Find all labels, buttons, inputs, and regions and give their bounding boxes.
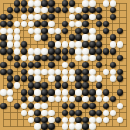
intersection-18-2[interactable] xyxy=(123,14,130,21)
intersection-15-10[interactable] xyxy=(103,68,110,75)
intersection-9-7[interactable] xyxy=(62,48,69,55)
intersection-11-12[interactable] xyxy=(75,82,82,89)
intersection-6-1[interactable] xyxy=(41,7,48,14)
intersection-14-0[interactable] xyxy=(96,0,103,7)
intersection-6-17[interactable] xyxy=(41,116,48,123)
intersection-4-2[interactable] xyxy=(27,14,34,21)
intersection-10-2[interactable] xyxy=(68,14,75,21)
intersection-1-18[interactable] xyxy=(7,123,14,130)
intersection-2-9[interactable] xyxy=(14,62,21,69)
intersection-3-7[interactable] xyxy=(21,48,28,55)
intersection-9-10[interactable] xyxy=(62,68,69,75)
intersection-5-0[interactable] xyxy=(34,0,41,7)
intersection-5-9[interactable] xyxy=(34,62,41,69)
intersection-7-3[interactable] xyxy=(48,21,55,28)
intersection-8-6[interactable] xyxy=(55,41,62,48)
intersection-5-11[interactable] xyxy=(34,75,41,82)
intersection-0-9[interactable] xyxy=(0,62,7,69)
intersection-17-13[interactable] xyxy=(116,89,123,96)
intersection-7-9[interactable] xyxy=(48,62,55,69)
intersection-9-2[interactable] xyxy=(62,14,69,21)
intersection-12-4[interactable] xyxy=(82,27,89,34)
intersection-10-15[interactable] xyxy=(68,103,75,110)
intersection-5-14[interactable] xyxy=(34,96,41,103)
intersection-10-10[interactable] xyxy=(68,68,75,75)
intersection-13-0[interactable] xyxy=(89,0,96,7)
intersection-5-13[interactable] xyxy=(34,89,41,96)
intersection-18-10[interactable] xyxy=(123,68,130,75)
intersection-11-9[interactable] xyxy=(75,62,82,69)
intersection-12-15[interactable] xyxy=(82,103,89,110)
intersection-7-15[interactable] xyxy=(48,103,55,110)
intersection-8-7[interactable] xyxy=(55,48,62,55)
intersection-5-4[interactable] xyxy=(34,27,41,34)
intersection-1-16[interactable] xyxy=(7,109,14,116)
intersection-10-7[interactable] xyxy=(68,48,75,55)
intersection-15-0[interactable] xyxy=(103,0,110,7)
intersection-14-4[interactable] xyxy=(96,27,103,34)
intersection-17-0[interactable] xyxy=(116,0,123,7)
intersection-18-16[interactable] xyxy=(123,109,130,116)
intersection-11-16[interactable] xyxy=(75,109,82,116)
intersection-0-3[interactable] xyxy=(0,21,7,28)
intersection-7-8[interactable] xyxy=(48,55,55,62)
intersection-0-6[interactable] xyxy=(0,41,7,48)
intersection-16-4[interactable] xyxy=(109,27,116,34)
intersection-5-16[interactable] xyxy=(34,109,41,116)
intersection-10-17[interactable] xyxy=(68,116,75,123)
intersection-4-1[interactable] xyxy=(27,7,34,14)
intersection-9-15[interactable] xyxy=(62,103,69,110)
intersection-13-16[interactable] xyxy=(89,109,96,116)
intersection-8-18[interactable] xyxy=(55,123,62,130)
intersection-17-5[interactable] xyxy=(116,34,123,41)
intersection-0-8[interactable] xyxy=(0,55,7,62)
intersection-4-14[interactable] xyxy=(27,96,34,103)
intersection-4-17[interactable] xyxy=(27,116,34,123)
intersection-2-16[interactable] xyxy=(14,109,21,116)
intersection-16-16[interactable] xyxy=(109,109,116,116)
intersection-10-13[interactable] xyxy=(68,89,75,96)
intersection-3-18[interactable] xyxy=(21,123,28,130)
intersection-13-13[interactable] xyxy=(89,89,96,96)
intersection-9-12[interactable] xyxy=(62,82,69,89)
intersection-6-10[interactable] xyxy=(41,68,48,75)
intersection-8-2[interactable] xyxy=(55,14,62,21)
intersection-6-2[interactable] xyxy=(41,14,48,21)
intersection-14-12[interactable] xyxy=(96,82,103,89)
intersection-2-4[interactable] xyxy=(14,27,21,34)
intersection-13-3[interactable] xyxy=(89,21,96,28)
intersection-12-10[interactable] xyxy=(82,68,89,75)
intersection-10-5[interactable] xyxy=(68,34,75,41)
intersection-2-18[interactable] xyxy=(14,123,21,130)
intersection-16-12[interactable] xyxy=(109,82,116,89)
intersection-2-6[interactable] xyxy=(14,41,21,48)
intersection-3-8[interactable] xyxy=(21,55,28,62)
intersection-8-9[interactable] xyxy=(55,62,62,69)
intersection-7-1[interactable] xyxy=(48,7,55,14)
intersection-13-4[interactable] xyxy=(89,27,96,34)
intersection-18-8[interactable] xyxy=(123,55,130,62)
intersection-12-16[interactable] xyxy=(82,109,89,116)
intersection-4-11[interactable] xyxy=(27,75,34,82)
intersection-7-14[interactable] xyxy=(48,96,55,103)
intersection-6-6[interactable] xyxy=(41,41,48,48)
intersection-7-6[interactable] xyxy=(48,41,55,48)
intersection-4-13[interactable] xyxy=(27,89,34,96)
intersection-1-8[interactable] xyxy=(7,55,14,62)
intersection-3-1[interactable] xyxy=(21,7,28,14)
intersection-13-1[interactable] xyxy=(89,7,96,14)
intersection-12-13[interactable] xyxy=(82,89,89,96)
intersection-17-16[interactable] xyxy=(116,109,123,116)
intersection-11-10[interactable] xyxy=(75,68,82,75)
intersection-9-4[interactable] xyxy=(62,27,69,34)
intersection-14-15[interactable] xyxy=(96,103,103,110)
intersection-16-18[interactable] xyxy=(109,123,116,130)
intersection-6-7[interactable] xyxy=(41,48,48,55)
intersection-18-4[interactable] xyxy=(123,27,130,34)
intersection-11-2[interactable] xyxy=(75,14,82,21)
intersection-10-9[interactable] xyxy=(68,62,75,69)
intersection-13-15[interactable] xyxy=(89,103,96,110)
intersection-2-12[interactable] xyxy=(14,82,21,89)
intersection-4-12[interactable] xyxy=(27,82,34,89)
intersection-12-9[interactable] xyxy=(82,62,89,69)
intersection-12-17[interactable] xyxy=(82,116,89,123)
intersection-8-10[interactable] xyxy=(55,68,62,75)
intersection-11-4[interactable] xyxy=(75,27,82,34)
intersection-0-1[interactable] xyxy=(0,7,7,14)
intersection-14-2[interactable] xyxy=(96,14,103,21)
intersection-8-1[interactable] xyxy=(55,7,62,14)
intersection-15-14[interactable] xyxy=(103,96,110,103)
intersection-15-12[interactable] xyxy=(103,82,110,89)
intersection-18-1[interactable] xyxy=(123,7,130,14)
intersection-12-8[interactable] xyxy=(82,55,89,62)
intersection-15-3[interactable] xyxy=(103,21,110,28)
intersection-3-6[interactable] xyxy=(21,41,28,48)
intersection-2-15[interactable] xyxy=(14,103,21,110)
intersection-9-11[interactable] xyxy=(62,75,69,82)
intersection-1-2[interactable] xyxy=(7,14,14,21)
intersection-12-12[interactable] xyxy=(82,82,89,89)
intersection-9-0[interactable] xyxy=(62,0,69,7)
intersection-1-15[interactable] xyxy=(7,103,14,110)
intersection-11-7[interactable] xyxy=(75,48,82,55)
intersection-12-11[interactable] xyxy=(82,75,89,82)
intersection-11-18[interactable] xyxy=(75,123,82,130)
intersection-13-5[interactable] xyxy=(89,34,96,41)
intersection-1-0[interactable] xyxy=(7,0,14,7)
intersection-5-7[interactable] xyxy=(34,48,41,55)
intersection-7-16[interactable] xyxy=(48,109,55,116)
intersection-8-8[interactable] xyxy=(55,55,62,62)
intersection-5-17[interactable] xyxy=(34,116,41,123)
intersection-17-11[interactable] xyxy=(116,75,123,82)
intersection-5-18[interactable] xyxy=(34,123,41,130)
intersection-18-3[interactable] xyxy=(123,21,130,28)
intersection-1-17[interactable] xyxy=(7,116,14,123)
intersection-4-10[interactable] xyxy=(27,68,34,75)
intersection-0-15[interactable] xyxy=(0,103,7,110)
intersection-16-6[interactable] xyxy=(109,41,116,48)
intersection-17-8[interactable] xyxy=(116,55,123,62)
intersection-15-15[interactable] xyxy=(103,103,110,110)
intersection-7-0[interactable] xyxy=(48,0,55,7)
intersection-12-3[interactable] xyxy=(82,21,89,28)
intersection-10-8[interactable] xyxy=(68,55,75,62)
intersection-16-3[interactable] xyxy=(109,21,116,28)
intersection-10-0[interactable] xyxy=(68,0,75,7)
intersection-7-5[interactable] xyxy=(48,34,55,41)
intersection-14-11[interactable] xyxy=(96,75,103,82)
intersection-7-11[interactable] xyxy=(48,75,55,82)
intersection-12-18[interactable] xyxy=(82,123,89,130)
intersection-12-1[interactable] xyxy=(82,7,89,14)
intersection-11-15[interactable] xyxy=(75,103,82,110)
intersection-16-10[interactable] xyxy=(109,68,116,75)
intersection-11-14[interactable] xyxy=(75,96,82,103)
intersection-10-6[interactable] xyxy=(68,41,75,48)
intersection-0-18[interactable] xyxy=(0,123,7,130)
intersection-0-12[interactable] xyxy=(0,82,7,89)
intersection-16-5[interactable] xyxy=(109,34,116,41)
intersection-14-9[interactable] xyxy=(96,62,103,69)
intersection-1-14[interactable] xyxy=(7,96,14,103)
intersection-17-2[interactable] xyxy=(116,14,123,21)
intersection-11-3[interactable] xyxy=(75,21,82,28)
intersection-17-10[interactable] xyxy=(116,68,123,75)
intersection-8-3[interactable] xyxy=(55,21,62,28)
intersection-6-11[interactable] xyxy=(41,75,48,82)
intersection-18-0[interactable] xyxy=(123,0,130,7)
intersection-8-16[interactable] xyxy=(55,109,62,116)
intersection-9-16[interactable] xyxy=(62,109,69,116)
intersection-4-15[interactable] xyxy=(27,103,34,110)
intersection-9-13[interactable] xyxy=(62,89,69,96)
intersection-0-0[interactable] xyxy=(0,0,7,7)
intersection-7-4[interactable] xyxy=(48,27,55,34)
intersection-13-8[interactable] xyxy=(89,55,96,62)
intersection-4-6[interactable] xyxy=(27,41,34,48)
intersection-12-14[interactable] xyxy=(82,96,89,103)
intersection-12-5[interactable] xyxy=(82,34,89,41)
intersection-11-11[interactable] xyxy=(75,75,82,82)
intersection-9-6[interactable] xyxy=(62,41,69,48)
intersection-8-15[interactable] xyxy=(55,103,62,110)
intersection-4-16[interactable] xyxy=(27,109,34,116)
intersection-1-5[interactable] xyxy=(7,34,14,41)
intersection-11-13[interactable] xyxy=(75,89,82,96)
intersection-5-8[interactable] xyxy=(34,55,41,62)
intersection-6-8[interactable] xyxy=(41,55,48,62)
intersection-18-13[interactable] xyxy=(123,89,130,96)
intersection-14-7[interactable] xyxy=(96,48,103,55)
intersection-3-3[interactable] xyxy=(21,21,28,28)
intersection-0-4[interactable] xyxy=(0,27,7,34)
intersection-2-13[interactable] xyxy=(14,89,21,96)
intersection-14-13[interactable] xyxy=(96,89,103,96)
intersection-10-12[interactable] xyxy=(68,82,75,89)
intersection-2-5[interactable] xyxy=(14,34,21,41)
intersection-16-1[interactable] xyxy=(109,7,116,14)
intersection-14-5[interactable] xyxy=(96,34,103,41)
intersection-18-18[interactable] xyxy=(123,123,130,130)
intersection-14-18[interactable] xyxy=(96,123,103,130)
intersection-17-1[interactable] xyxy=(116,7,123,14)
intersection-17-3[interactable] xyxy=(116,21,123,28)
intersection-16-8[interactable] xyxy=(109,55,116,62)
intersection-6-9[interactable] xyxy=(41,62,48,69)
intersection-7-17[interactable] xyxy=(48,116,55,123)
intersection-11-8[interactable] xyxy=(75,55,82,62)
intersection-8-11[interactable] xyxy=(55,75,62,82)
intersection-6-5[interactable] xyxy=(41,34,48,41)
intersection-9-17[interactable] xyxy=(62,116,69,123)
intersection-7-12[interactable] xyxy=(48,82,55,89)
intersection-15-17[interactable] xyxy=(103,116,110,123)
intersection-6-12[interactable] xyxy=(41,82,48,89)
intersection-15-16[interactable] xyxy=(103,109,110,116)
intersection-2-14[interactable] xyxy=(14,96,21,103)
intersection-10-14[interactable] xyxy=(68,96,75,103)
intersection-15-18[interactable] xyxy=(103,123,110,130)
intersection-8-12[interactable] xyxy=(55,82,62,89)
intersection-16-15[interactable] xyxy=(109,103,116,110)
intersection-3-9[interactable] xyxy=(21,62,28,69)
intersection-18-15[interactable] xyxy=(123,103,130,110)
intersection-8-0[interactable] xyxy=(55,0,62,7)
intersection-3-4[interactable] xyxy=(21,27,28,34)
intersection-5-10[interactable] xyxy=(34,68,41,75)
intersection-6-16[interactable] xyxy=(41,109,48,116)
intersection-9-9[interactable] xyxy=(62,62,69,69)
intersection-17-9[interactable] xyxy=(116,62,123,69)
intersection-15-5[interactable] xyxy=(103,34,110,41)
intersection-7-2[interactable] xyxy=(48,14,55,21)
intersection-2-10[interactable] xyxy=(14,68,21,75)
intersection-15-7[interactable] xyxy=(103,48,110,55)
intersection-14-1[interactable] xyxy=(96,7,103,14)
intersection-2-8[interactable] xyxy=(14,55,21,62)
intersection-15-1[interactable] xyxy=(103,7,110,14)
intersection-17-4[interactable] xyxy=(116,27,123,34)
intersection-0-17[interactable] xyxy=(0,116,7,123)
intersection-1-1[interactable] xyxy=(7,7,14,14)
intersection-7-13[interactable] xyxy=(48,89,55,96)
intersection-6-14[interactable] xyxy=(41,96,48,103)
intersection-12-2[interactable] xyxy=(82,14,89,21)
intersection-0-5[interactable] xyxy=(0,34,7,41)
intersection-17-7[interactable] xyxy=(116,48,123,55)
intersection-13-11[interactable] xyxy=(89,75,96,82)
intersection-14-16[interactable] xyxy=(96,109,103,116)
intersection-14-3[interactable] xyxy=(96,21,103,28)
intersection-13-10[interactable] xyxy=(89,68,96,75)
intersection-3-2[interactable] xyxy=(21,14,28,21)
intersection-4-18[interactable] xyxy=(27,123,34,130)
intersection-18-6[interactable] xyxy=(123,41,130,48)
intersection-15-6[interactable] xyxy=(103,41,110,48)
intersection-16-17[interactable] xyxy=(109,116,116,123)
intersection-10-18[interactable] xyxy=(68,123,75,130)
intersection-0-14[interactable] xyxy=(0,96,7,103)
intersection-18-7[interactable] xyxy=(123,48,130,55)
intersection-18-12[interactable] xyxy=(123,82,130,89)
intersection-16-13[interactable] xyxy=(109,89,116,96)
intersection-5-6[interactable] xyxy=(34,41,41,48)
intersection-1-7[interactable] xyxy=(7,48,14,55)
intersection-6-15[interactable] xyxy=(41,103,48,110)
intersection-1-4[interactable] xyxy=(7,27,14,34)
intersection-10-11[interactable] xyxy=(68,75,75,82)
intersection-15-13[interactable] xyxy=(103,89,110,96)
intersection-2-7[interactable] xyxy=(14,48,21,55)
intersection-16-2[interactable] xyxy=(109,14,116,21)
intersection-4-4[interactable] xyxy=(27,27,34,34)
intersection-14-8[interactable] xyxy=(96,55,103,62)
intersection-1-10[interactable] xyxy=(7,68,14,75)
intersection-3-16[interactable] xyxy=(21,109,28,116)
intersection-13-18[interactable] xyxy=(89,123,96,130)
intersection-11-1[interactable] xyxy=(75,7,82,14)
intersection-13-6[interactable] xyxy=(89,41,96,48)
intersection-3-10[interactable] xyxy=(21,68,28,75)
intersection-12-0[interactable] xyxy=(82,0,89,7)
intersection-4-9[interactable] xyxy=(27,62,34,69)
intersection-18-14[interactable] xyxy=(123,96,130,103)
intersection-4-8[interactable] xyxy=(27,55,34,62)
intersection-9-3[interactable] xyxy=(62,21,69,28)
intersection-13-12[interactable] xyxy=(89,82,96,89)
intersection-7-18[interactable] xyxy=(48,123,55,130)
intersection-6-0[interactable] xyxy=(41,0,48,7)
intersection-5-5[interactable] xyxy=(34,34,41,41)
intersection-9-8[interactable] xyxy=(62,55,69,62)
intersection-2-0[interactable] xyxy=(14,0,21,7)
intersection-18-11[interactable] xyxy=(123,75,130,82)
intersection-16-7[interactable] xyxy=(109,48,116,55)
intersection-5-3[interactable] xyxy=(34,21,41,28)
intersection-1-9[interactable] xyxy=(7,62,14,69)
intersection-9-1[interactable] xyxy=(62,7,69,14)
intersection-11-6[interactable] xyxy=(75,41,82,48)
intersection-4-5[interactable] xyxy=(27,34,34,41)
intersection-12-7[interactable] xyxy=(82,48,89,55)
intersection-14-6[interactable] xyxy=(96,41,103,48)
intersection-10-1[interactable] xyxy=(68,7,75,14)
intersection-3-11[interactable] xyxy=(21,75,28,82)
intersection-11-0[interactable] xyxy=(75,0,82,7)
intersection-3-14[interactable] xyxy=(21,96,28,103)
intersection-2-1[interactable] xyxy=(14,7,21,14)
intersection-9-5[interactable] xyxy=(62,34,69,41)
intersection-16-14[interactable] xyxy=(109,96,116,103)
intersection-6-3[interactable] xyxy=(41,21,48,28)
intersection-16-11[interactable] xyxy=(109,75,116,82)
intersection-16-0[interactable] xyxy=(109,0,116,7)
intersection-13-7[interactable] xyxy=(89,48,96,55)
intersection-12-6[interactable] xyxy=(82,41,89,48)
intersection-1-3[interactable] xyxy=(7,21,14,28)
intersection-14-17[interactable] xyxy=(96,116,103,123)
intersection-14-14[interactable] xyxy=(96,96,103,103)
intersection-2-17[interactable] xyxy=(14,116,21,123)
intersection-5-15[interactable] xyxy=(34,103,41,110)
intersection-4-0[interactable] xyxy=(27,0,34,7)
